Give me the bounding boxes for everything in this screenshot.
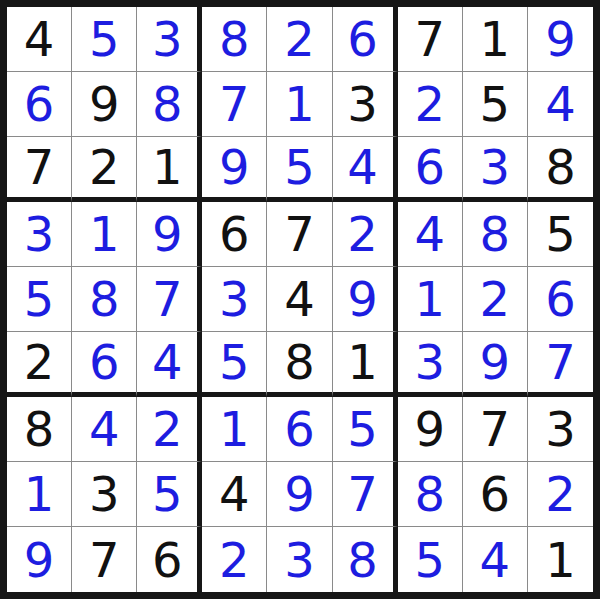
sudoku-cell-r6c6[interactable]: 1 xyxy=(333,332,398,397)
sudoku-cell-r8c4[interactable]: 4 xyxy=(202,462,267,527)
sudoku-cell-r7c8[interactable]: 7 xyxy=(463,397,528,462)
sudoku-cell-r6c4[interactable]: 5 xyxy=(202,332,267,397)
sudoku-cell-r3c2[interactable]: 2 xyxy=(72,137,137,202)
sudoku-board: 4538267196987132547219546383196724855873… xyxy=(0,0,600,599)
sudoku-cell-r8c8[interactable]: 6 xyxy=(463,462,528,527)
sudoku-cell-r1c5[interactable]: 2 xyxy=(267,7,332,72)
sudoku-cell-r2c7[interactable]: 2 xyxy=(398,72,463,137)
sudoku-cell-r9c5[interactable]: 3 xyxy=(267,527,332,592)
sudoku-cell-r5c2[interactable]: 8 xyxy=(72,267,137,332)
sudoku-cell-r7c2[interactable]: 4 xyxy=(72,397,137,462)
sudoku-cell-r1c8[interactable]: 1 xyxy=(463,7,528,72)
sudoku-cell-r1c4[interactable]: 8 xyxy=(202,7,267,72)
sudoku-cell-r2c8[interactable]: 5 xyxy=(463,72,528,137)
sudoku-cell-r3c7[interactable]: 6 xyxy=(398,137,463,202)
sudoku-cell-r8c7[interactable]: 8 xyxy=(398,462,463,527)
sudoku-cell-r8c5[interactable]: 9 xyxy=(267,462,332,527)
sudoku-cell-r2c6[interactable]: 3 xyxy=(333,72,398,137)
sudoku-cell-r5c8[interactable]: 2 xyxy=(463,267,528,332)
sudoku-cell-r7c1[interactable]: 8 xyxy=(7,397,72,462)
sudoku-cell-r9c2[interactable]: 7 xyxy=(72,527,137,592)
sudoku-cell-r2c1[interactable]: 6 xyxy=(7,72,72,137)
sudoku-cell-r2c4[interactable]: 7 xyxy=(202,72,267,137)
sudoku-cell-r5c1[interactable]: 5 xyxy=(7,267,72,332)
sudoku-cell-r1c1[interactable]: 4 xyxy=(7,7,72,72)
sudoku-cell-r5c4[interactable]: 3 xyxy=(202,267,267,332)
sudoku-cell-r7c6[interactable]: 5 xyxy=(333,397,398,462)
sudoku-cell-r1c3[interactable]: 3 xyxy=(137,7,202,72)
sudoku-cell-r9c3[interactable]: 6 xyxy=(137,527,202,592)
sudoku-cell-r8c3[interactable]: 5 xyxy=(137,462,202,527)
sudoku-cell-r4c5[interactable]: 7 xyxy=(267,202,332,267)
sudoku-cell-r2c9[interactable]: 4 xyxy=(528,72,593,137)
sudoku-cell-r5c9[interactable]: 6 xyxy=(528,267,593,332)
sudoku-cell-r9c9[interactable]: 1 xyxy=(528,527,593,592)
sudoku-cell-r9c4[interactable]: 2 xyxy=(202,527,267,592)
sudoku-cell-r6c2[interactable]: 6 xyxy=(72,332,137,397)
sudoku-cell-r1c2[interactable]: 5 xyxy=(72,7,137,72)
sudoku-cell-r7c3[interactable]: 2 xyxy=(137,397,202,462)
sudoku-cell-r4c7[interactable]: 4 xyxy=(398,202,463,267)
sudoku-cell-r9c6[interactable]: 8 xyxy=(333,527,398,592)
sudoku-cell-r4c9[interactable]: 5 xyxy=(528,202,593,267)
sudoku-cell-r1c9[interactable]: 9 xyxy=(528,7,593,72)
sudoku-cell-r7c9[interactable]: 3 xyxy=(528,397,593,462)
sudoku-cell-r1c7[interactable]: 7 xyxy=(398,7,463,72)
sudoku-cell-r6c7[interactable]: 3 xyxy=(398,332,463,397)
sudoku-cell-r9c7[interactable]: 5 xyxy=(398,527,463,592)
sudoku-cell-r8c9[interactable]: 2 xyxy=(528,462,593,527)
sudoku-cell-r3c1[interactable]: 7 xyxy=(7,137,72,202)
sudoku-cell-r4c2[interactable]: 1 xyxy=(72,202,137,267)
sudoku-cell-r5c5[interactable]: 4 xyxy=(267,267,332,332)
sudoku-cell-r9c1[interactable]: 9 xyxy=(7,527,72,592)
sudoku-cell-r3c5[interactable]: 5 xyxy=(267,137,332,202)
sudoku-cell-r4c3[interactable]: 9 xyxy=(137,202,202,267)
sudoku-cell-r4c4[interactable]: 6 xyxy=(202,202,267,267)
sudoku-cell-r5c7[interactable]: 1 xyxy=(398,267,463,332)
sudoku-cell-r8c2[interactable]: 3 xyxy=(72,462,137,527)
sudoku-cell-r5c6[interactable]: 9 xyxy=(333,267,398,332)
sudoku-cell-r7c7[interactable]: 9 xyxy=(398,397,463,462)
sudoku-cell-r3c3[interactable]: 1 xyxy=(137,137,202,202)
sudoku-cell-r2c5[interactable]: 1 xyxy=(267,72,332,137)
sudoku-cell-r4c6[interactable]: 2 xyxy=(333,202,398,267)
sudoku-cell-r8c1[interactable]: 1 xyxy=(7,462,72,527)
sudoku-cell-r4c1[interactable]: 3 xyxy=(7,202,72,267)
sudoku-cell-r6c1[interactable]: 2 xyxy=(7,332,72,397)
sudoku-cell-r2c2[interactable]: 9 xyxy=(72,72,137,137)
sudoku-cell-r3c9[interactable]: 8 xyxy=(528,137,593,202)
sudoku-cell-r6c5[interactable]: 8 xyxy=(267,332,332,397)
sudoku-cell-r6c8[interactable]: 9 xyxy=(463,332,528,397)
sudoku-cell-r7c5[interactable]: 6 xyxy=(267,397,332,462)
sudoku-cell-r7c4[interactable]: 1 xyxy=(202,397,267,462)
sudoku-cell-r8c6[interactable]: 7 xyxy=(333,462,398,527)
sudoku-cell-r3c8[interactable]: 3 xyxy=(463,137,528,202)
sudoku-cell-r5c3[interactable]: 7 xyxy=(137,267,202,332)
sudoku-cell-r6c3[interactable]: 4 xyxy=(137,332,202,397)
sudoku-cell-r3c4[interactable]: 9 xyxy=(202,137,267,202)
sudoku-cell-r9c8[interactable]: 4 xyxy=(463,527,528,592)
sudoku-cell-r1c6[interactable]: 6 xyxy=(333,7,398,72)
sudoku-cell-r2c3[interactable]: 8 xyxy=(137,72,202,137)
sudoku-cell-r3c6[interactable]: 4 xyxy=(333,137,398,202)
sudoku-cell-r4c8[interactable]: 8 xyxy=(463,202,528,267)
sudoku-cell-r6c9[interactable]: 7 xyxy=(528,332,593,397)
